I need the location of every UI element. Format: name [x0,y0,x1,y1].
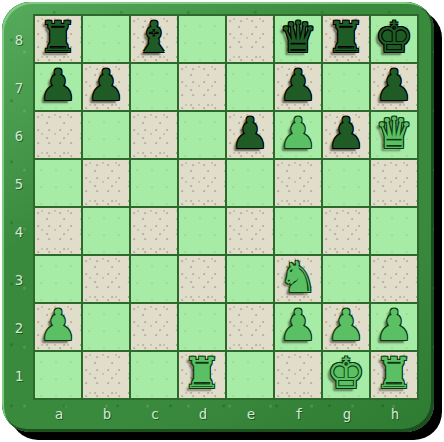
square-d3[interactable] [179,256,225,302]
white-rook[interactable]: ♜ [375,352,414,395]
square-b6[interactable] [83,112,129,158]
square-d8[interactable] [179,16,225,62]
square-g2[interactable]: ♟ [323,304,369,350]
square-b3[interactable] [83,256,129,302]
board-frame: 87654321 abcdefgh ♜♝♛♜♚♟♟♟♟♟♟♟♛♞♟♟♟♟♜♚♜ [2,2,434,432]
square-c5[interactable] [131,160,177,206]
square-f6[interactable]: ♟ [275,112,321,158]
file-label-f: f [275,402,323,426]
square-a8[interactable]: ♜ [35,16,81,62]
white-pawn[interactable]: ♟ [279,112,318,155]
square-a7[interactable]: ♟ [35,64,81,110]
square-c7[interactable] [131,64,177,110]
square-d1[interactable]: ♜ [179,352,225,398]
black-pawn[interactable]: ♟ [87,64,126,107]
square-h8[interactable]: ♚ [371,16,417,62]
square-f5[interactable] [275,160,321,206]
black-bishop[interactable]: ♝ [135,16,174,59]
rank-labels: 87654321 [6,16,32,400]
square-d4[interactable] [179,208,225,254]
square-f2[interactable]: ♟ [275,304,321,350]
square-c6[interactable] [131,112,177,158]
square-e1[interactable] [227,352,273,398]
black-rook[interactable]: ♜ [327,16,366,59]
black-pawn[interactable]: ♟ [279,64,318,107]
rank-label-2: 2 [6,304,32,352]
rank-label-5: 5 [6,160,32,208]
black-pawn[interactable]: ♟ [231,112,270,155]
square-b7[interactable]: ♟ [83,64,129,110]
chess-game-window: 87654321 abcdefgh ♜♝♛♜♚♟♟♟♟♟♟♟♛♞♟♟♟♟♜♚♜ [0,0,444,442]
square-d5[interactable] [179,160,225,206]
square-d2[interactable] [179,304,225,350]
file-label-b: b [83,402,131,426]
square-h5[interactable] [371,160,417,206]
file-label-h: h [371,402,419,426]
black-pawn[interactable]: ♟ [327,112,366,155]
white-queen[interactable]: ♛ [375,112,414,155]
square-b4[interactable] [83,208,129,254]
white-rook[interactable]: ♜ [183,352,222,395]
square-h3[interactable] [371,256,417,302]
square-g6[interactable]: ♟ [323,112,369,158]
square-e8[interactable] [227,16,273,62]
square-c8[interactable]: ♝ [131,16,177,62]
square-f3[interactable]: ♞ [275,256,321,302]
rank-label-3: 3 [6,256,32,304]
file-labels: abcdefgh [35,402,419,426]
square-e5[interactable] [227,160,273,206]
square-h4[interactable] [371,208,417,254]
white-pawn[interactable]: ♟ [39,304,78,347]
square-e3[interactable] [227,256,273,302]
white-pawn[interactable]: ♟ [327,304,366,347]
square-e7[interactable] [227,64,273,110]
square-f4[interactable] [275,208,321,254]
square-c2[interactable] [131,304,177,350]
square-h1[interactable]: ♜ [371,352,417,398]
square-a4[interactable] [35,208,81,254]
file-label-a: a [35,402,83,426]
square-c1[interactable] [131,352,177,398]
square-a3[interactable] [35,256,81,302]
square-a1[interactable] [35,352,81,398]
rank-label-4: 4 [6,208,32,256]
file-label-e: e [227,402,275,426]
square-f7[interactable]: ♟ [275,64,321,110]
square-h7[interactable]: ♟ [371,64,417,110]
square-d7[interactable] [179,64,225,110]
square-a2[interactable]: ♟ [35,304,81,350]
square-b5[interactable] [83,160,129,206]
square-f1[interactable] [275,352,321,398]
square-g8[interactable]: ♜ [323,16,369,62]
white-knight[interactable]: ♞ [279,256,318,299]
file-label-d: d [179,402,227,426]
square-b2[interactable] [83,304,129,350]
square-c3[interactable] [131,256,177,302]
square-h2[interactable]: ♟ [371,304,417,350]
rank-label-1: 1 [6,352,32,400]
white-pawn[interactable]: ♟ [279,304,318,347]
square-g4[interactable] [323,208,369,254]
square-e4[interactable] [227,208,273,254]
square-g3[interactable] [323,256,369,302]
rank-label-6: 6 [6,112,32,160]
square-a5[interactable] [35,160,81,206]
file-label-g: g [323,402,371,426]
square-g1[interactable]: ♚ [323,352,369,398]
square-b1[interactable] [83,352,129,398]
rank-label-7: 7 [6,64,32,112]
square-d6[interactable] [179,112,225,158]
chess-board[interactable]: ♜♝♛♜♚♟♟♟♟♟♟♟♛♞♟♟♟♟♜♚♜ [33,14,419,400]
square-c4[interactable] [131,208,177,254]
square-e2[interactable] [227,304,273,350]
white-king[interactable]: ♚ [327,352,366,395]
white-pawn[interactable]: ♟ [375,304,414,347]
black-pawn[interactable]: ♟ [375,64,414,107]
square-b8[interactable] [83,16,129,62]
square-g7[interactable] [323,64,369,110]
square-e6[interactable]: ♟ [227,112,273,158]
square-g5[interactable] [323,160,369,206]
black-king[interactable]: ♚ [375,16,414,59]
black-rook[interactable]: ♜ [39,16,78,59]
square-f8[interactable]: ♛ [275,16,321,62]
black-queen[interactable]: ♛ [279,16,318,59]
square-h6[interactable]: ♛ [371,112,417,158]
rank-label-8: 8 [6,16,32,64]
square-a6[interactable] [35,112,81,158]
black-pawn[interactable]: ♟ [39,64,78,107]
file-label-c: c [131,402,179,426]
